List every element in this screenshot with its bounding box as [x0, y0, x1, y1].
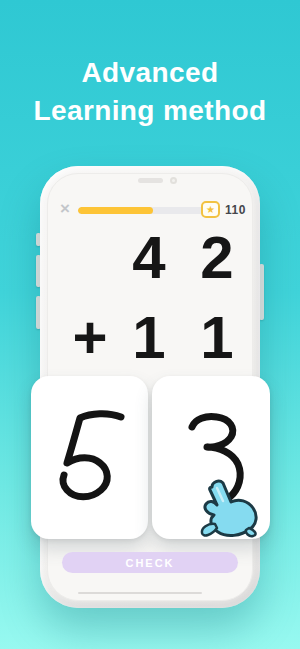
problem-cell-r2-op: + — [68, 297, 112, 377]
handwritten-digit-stroke — [31, 376, 148, 539]
page-title: Advanced Learning method — [0, 54, 300, 130]
answer-pad-tens[interactable]: 5 — [31, 376, 148, 539]
hand-pointer-icon — [197, 478, 261, 540]
star-icon: ★ — [206, 205, 215, 215]
problem-grid: 4 2 + 1 1 — [68, 217, 248, 377]
check-button[interactable]: CHECK — [62, 552, 238, 573]
title-line-2: Learning method — [0, 92, 300, 130]
problem-cell-r1-op — [68, 217, 112, 297]
close-icon[interactable]: × — [56, 200, 74, 218]
problem-cell-r1-ones: 2 — [186, 217, 248, 297]
problem-cell-r2-ones: 1 — [186, 297, 248, 377]
home-indicator — [78, 592, 202, 594]
check-button-label: CHECK — [125, 557, 174, 569]
problem-cell-r2-tens: 1 — [118, 297, 180, 377]
stars-count: 110 — [225, 203, 246, 217]
progress-bar-fill — [78, 207, 153, 214]
problem-cell-r1-tens: 4 — [118, 217, 180, 297]
phone-speaker-slot — [138, 178, 163, 183]
title-line-1: Advanced — [0, 54, 300, 92]
app-store-screenshot: Advanced Learning method × ★ 110 4 2 + 1… — [0, 0, 300, 649]
star-badge: ★ — [201, 201, 220, 218]
progress-bar — [78, 207, 215, 214]
phone-camera-dot — [170, 177, 177, 184]
